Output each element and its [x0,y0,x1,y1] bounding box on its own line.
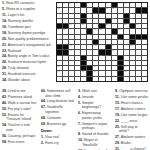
grid-cell[interactable] [99,45,104,49]
grid-cell[interactable] [63,19,68,23]
black-cell [124,14,129,18]
clue-item: 52. Encore for 'Treasure Island' [2,113,37,122]
clue-item: 16. Trombone part [2,25,53,30]
cell-number: 28 [136,24,139,26]
grid-cell[interactable]: 12 [112,8,117,12]
cell-number: 59 [124,66,127,68]
black-cell [118,61,123,65]
cell-number: 6 [106,3,107,5]
grid-cell[interactable] [106,14,111,18]
cell-number: 39 [118,39,121,41]
cell-number: 25 [81,24,84,26]
black-cell [63,45,68,49]
clue-item: 9. Olympian exercise [115,89,148,94]
grid-cell[interactable] [99,77,104,81]
cell-number: 40 [136,39,139,41]
grid-cell[interactable] [69,35,74,39]
grid-cell[interactable] [124,35,129,39]
grid-cell[interactable] [87,40,92,44]
grid-cell[interactable]: 33 [118,29,123,33]
grid-cell[interactable]: 25 [81,24,86,28]
cell-number: 27 [124,24,127,26]
cell-number: 53 [124,55,127,57]
grid-cell[interactable] [112,61,117,65]
cell-number: 17 [130,13,133,15]
cell-number: 24 [69,24,72,26]
clue-item: 17. Abalone cutters [115,107,148,112]
grid-cell[interactable] [63,14,68,18]
crossword-grid[interactable]: 1234567891011121314151617181920212223242… [56,2,148,82]
cell-number: 43 [94,45,97,47]
grid-cell[interactable] [136,3,141,7]
down-clues-start: 1. Visa rival2. Farm cry [41,135,75,145]
black-cell [130,35,135,39]
across-clues-left: 1. Neat RV caravans5. Wrote to a supplie… [2,1,53,84]
grid-cell[interactable]: 65 [93,77,98,81]
clue-item: 5. Wrote to a supplier [2,7,53,12]
grid-cell[interactable] [63,66,68,70]
grid-cell[interactable] [106,66,111,70]
grid-cell[interactable] [81,8,86,12]
grid-cell[interactable] [106,77,111,81]
black-cell [87,77,92,81]
grid-cell[interactable] [93,56,98,60]
cell-number: 4 [75,3,76,5]
grid-cell[interactable] [136,61,141,65]
grid-cell[interactable] [69,66,74,70]
black-cell [81,61,86,65]
cell-number: 3 [69,3,70,5]
grid-cell[interactable] [69,77,74,81]
cell-number: 15 [94,13,97,15]
cell-number: 49 [63,55,66,57]
cell-number: 64 [57,76,60,78]
grid-cell[interactable] [142,61,147,65]
cell-number: 21 [88,18,91,20]
clue-item: 3. Work unit [78,89,112,94]
clue-item: 31. '____ a chance!' [115,147,148,150]
cell-number: 61 [81,71,84,73]
grid-cell[interactable] [136,71,141,75]
grid-cell[interactable] [99,61,104,65]
grid-cell[interactable]: 30 [63,29,68,33]
grid-cell[interactable] [118,45,123,49]
cell-number: 48 [57,55,60,57]
grid-cell[interactable]: 18 [136,14,141,18]
grid-cell[interactable]: 5 [87,3,92,7]
cell-number: 51 [100,55,103,57]
clue-item: 2. Farm cry [41,141,75,146]
grid-cell[interactable] [63,35,68,39]
grid-cell[interactable] [118,8,123,12]
clue-item: 23. Railroad [2,49,53,54]
grid-cell[interactable] [75,66,80,70]
grid-cell[interactable]: 31 [93,29,98,33]
black-cell [87,71,92,75]
black-cell [118,71,123,75]
clue-item: 10. Mayor of 'Smallville' [78,138,112,147]
grid-cell[interactable] [130,71,135,75]
cell-number: 26 [106,24,109,26]
grid-cell[interactable]: 49 [63,56,68,60]
grid-cell[interactable] [99,66,104,70]
grid-cell[interactable] [99,19,104,23]
cell-number: 60 [57,71,60,73]
grid-cell[interactable] [69,71,74,75]
grid-cell[interactable] [75,8,80,12]
grid-cell[interactable]: 46 [69,50,74,54]
grid-cell[interactable]: 4 [75,3,80,7]
grid-cell[interactable] [75,45,80,49]
grid-cell[interactable]: 9 [130,3,135,7]
cell-number: 13 [57,13,60,15]
black-cell [81,56,86,60]
grid-cell[interactable] [130,50,135,54]
clue-item: 54. Teacher's end note [2,123,37,132]
clue-item: 15. Heart classics [115,101,148,106]
grid-cell[interactable] [75,35,80,39]
grid-cell[interactable]: 27 [124,24,129,28]
grid-cell[interactable] [124,29,129,33]
cell-number: 58 [94,66,97,68]
clue-item: 67. Vaudeville vignettes [41,105,75,114]
grid-cell[interactable] [142,3,147,7]
grid-cell[interactable]: 38 [99,40,104,44]
cell-number: 44 [112,45,115,47]
grid-cell[interactable] [93,19,98,23]
grid-cell[interactable] [69,56,74,60]
clue-item: 50. For pity's sake! [2,107,37,112]
grid-cell[interactable]: 32 [99,29,104,33]
clue-item: 5. Simpler beginnings? [78,101,112,110]
grid-cell[interactable] [106,61,111,65]
clue-item: 20. Non-quality predominance [2,37,53,42]
cell-number: 31 [94,29,97,31]
black-cell [57,45,62,49]
grid-cell[interactable] [142,29,147,33]
grid-cell[interactable] [142,66,147,70]
grid-cell[interactable] [69,8,74,12]
clue-item: 64. Long division tool [41,99,75,104]
clue-item: 11. Like some youths [115,95,148,100]
grid-cell[interactable] [75,77,80,81]
grid-cell[interactable] [69,29,74,33]
grid-cell[interactable] [136,77,141,81]
cell-number: 32 [100,29,103,31]
cell-number: 20 [57,18,60,20]
grid-cell[interactable] [63,61,68,65]
clue-item: 39. Lend to me [2,89,37,94]
clue-item: 31. Hundred overcast [2,72,53,77]
grid-cell[interactable] [124,8,129,12]
clue-item: 11. Lager's kin [2,13,53,18]
grid-cell[interactable] [75,40,80,44]
grid-cell[interactable] [87,45,92,49]
clue-item: 28. Truly skewed [2,66,53,71]
grid-cell[interactable] [99,71,104,75]
grid-cell[interactable] [130,29,135,33]
grid-cell[interactable]: 7 [118,3,123,7]
clue-item: 25. Still way or while? [115,125,148,134]
grid-cell[interactable] [136,45,141,49]
grid-cell[interactable]: 39 [118,40,123,44]
down-clues-middle: 3. Work unit4. Innards5. Simpler beginni… [78,89,112,150]
grid-cell[interactable] [93,35,98,39]
grid-cell[interactable] [112,71,117,75]
black-cell [81,3,86,7]
cell-number: 66 [124,76,127,78]
cell-number: 54 [57,60,60,62]
cell-number: 46 [69,50,72,52]
clue-item: 1. Visa rival [41,135,75,140]
cell-number: 10 [57,8,60,10]
grid-cell[interactable] [81,40,86,44]
grid-cell[interactable] [130,77,135,81]
clue-item: 56. Coaxing, perhaps [2,134,37,139]
clue-item: 29. Blurbs [115,141,148,146]
cell-number: 2 [63,3,64,5]
grid-cell[interactable]: 36 [112,35,117,39]
clue-item: 26. Sunburst musician hymn [2,60,53,65]
grid-cell[interactable] [75,56,80,60]
grid-cell[interactable] [142,77,147,81]
across-clues-tail: 60. Sometimes will also climb64. Long di… [41,89,75,126]
grid-cell[interactable] [142,19,147,23]
grid-cell[interactable]: 2 [63,3,68,7]
grid-cell[interactable] [75,24,80,28]
across-clues-bottom-and-down-start: 60. Sometimes will also climb64. Long di… [41,89,75,147]
clue-item: 69. Business gp. [41,122,75,127]
grid-cell[interactable] [75,29,80,33]
clue-item: 27. Abalone waters [115,135,148,140]
clue-item: 4. Innards [78,95,112,100]
grid-cell[interactable] [142,56,147,60]
grid-cell[interactable]: 20 [57,19,62,23]
cell-number: 56 [124,60,127,62]
cell-number: 11 [106,8,108,10]
grid-cell[interactable]: 15 [93,14,98,18]
grid-cell[interactable] [130,56,135,60]
grid-cell[interactable] [93,3,98,7]
grid-cell[interactable] [136,50,141,54]
clue-item: 58. Fine-tunes [2,140,37,145]
grid-cell[interactable]: 35 [87,35,92,39]
clue-item: 6. Expressway points: prefix [78,111,112,120]
grid-cell[interactable] [75,19,80,23]
cell-number: 16 [100,13,103,15]
grid-cell[interactable]: 21 [87,19,92,23]
grid-cell[interactable]: 8 [124,3,129,7]
grid-cell[interactable]: 55 [87,61,92,65]
grid-cell[interactable] [106,71,111,75]
grid-cell[interactable] [75,71,80,75]
grid-cell[interactable]: 47 [112,50,117,54]
grid-cell[interactable] [81,29,86,33]
clue-item: 8. Sound of thunder [78,132,112,137]
grid-cell[interactable]: 61 [81,71,86,75]
grid-cell[interactable] [142,50,147,54]
cell-number: 47 [112,50,115,52]
grid-cell[interactable]: 24 [69,24,74,28]
grid-cell[interactable] [81,77,86,81]
cell-number: 42 [69,45,72,47]
grid-cell[interactable]: 45 [130,45,135,49]
black-cell [118,56,123,60]
grid-cell[interactable]: 3 [69,3,74,7]
grid-cell[interactable] [106,35,111,39]
clue-item: 7. Vampire's organ, perhaps [78,122,112,131]
grid-cell[interactable] [136,66,141,70]
clue-item: 18. Nunnery thyme porridge [2,31,53,36]
grid-cell[interactable] [63,71,68,75]
cell-number: 45 [130,45,133,47]
grid-cell[interactable]: 22 [112,19,117,23]
cell-number: 50 [88,55,91,57]
grid-cell[interactable] [112,56,117,60]
cell-number: 1 [57,3,58,5]
grid-cell[interactable] [130,66,135,70]
grid-cell[interactable]: 16 [99,14,104,18]
clue-item: 22. ____ once [115,119,148,124]
cell-number: 34 [57,34,60,36]
grid-cell[interactable] [136,29,141,33]
grid-cell[interactable]: 64 [57,77,62,81]
grid-cell[interactable] [75,14,80,18]
cell-number: 65 [94,76,97,78]
cell-number: 19 [142,13,145,15]
grid-cell[interactable] [63,77,68,81]
grid-cell[interactable] [112,77,117,81]
cell-number: 35 [88,34,91,36]
cell-number: 23 [130,18,133,20]
black-cell [130,24,135,28]
clue-item: 68. Costume [41,116,75,121]
grid-cell[interactable] [81,45,86,49]
grid-cell[interactable] [81,35,86,39]
across-clues-left-lower: 39. Lend to me43. Promises aloud46. Walk… [2,89,37,146]
grid-cell[interactable] [118,19,123,23]
grid-cell[interactable]: 37 [57,40,62,44]
grid-cell[interactable]: 43 [93,45,98,49]
clue-item: 19. Like some largos [115,113,148,118]
grid-cell[interactable] [118,14,123,18]
cell-number: 41 [142,39,145,41]
grid-cell[interactable] [75,61,80,65]
clue-item: 1. Neat RV caravans [2,1,53,6]
cell-number: 30 [63,29,66,31]
grid-cell[interactable]: 28 [136,24,141,28]
grid-cell[interactable] [69,14,74,18]
clue-item: 43. Promises aloud [2,95,37,100]
clue-item: 34. Wander about [2,78,53,83]
clue-item: 60. Sometimes will also climb [41,89,75,98]
grid-cell[interactable]: 52 [106,56,111,60]
cell-number: 22 [112,18,115,20]
clue-item: 46. Walk a narrow line [2,101,37,106]
grid-cell[interactable] [63,8,68,12]
grid-cell[interactable] [106,40,111,44]
cell-number: 36 [112,34,115,36]
cell-number: 57 [57,66,60,68]
grid-cell[interactable] [69,61,74,65]
cell-number: 5 [88,3,89,5]
grid-cell[interactable] [142,24,147,28]
grid-cell[interactable]: 66 [124,77,129,81]
grid-cell[interactable]: 26 [106,24,111,28]
grid-cell[interactable] [63,40,68,44]
cell-number: 29 [57,29,60,31]
grid-cell[interactable] [112,24,117,28]
grid-cell[interactable] [81,50,86,54]
cell-number: 7 [118,3,119,5]
grid-cell[interactable]: 23 [130,19,135,23]
clue-item: 21. American's navigational aid [2,43,53,48]
grid-cell[interactable] [106,29,111,33]
cell-number: 18 [136,13,139,15]
down-section-header: Down [41,128,75,133]
black-cell [106,45,111,49]
grid-cell[interactable] [130,61,135,65]
cell-number: 38 [100,39,103,41]
grid-cell[interactable] [99,3,104,7]
black-cell [81,14,86,18]
grid-cell[interactable]: 51 [99,56,104,60]
down-clues-right: 9. Olympian exercise11. Like some youths… [115,89,148,150]
cell-number: 14 [88,13,91,15]
cell-number: 62 [94,71,97,73]
grid-cell[interactable] [93,50,98,54]
cell-number: 33 [118,29,121,31]
black-cell [118,77,123,81]
clue-item: 14. Nunnery dweller [2,19,53,24]
grid-cell[interactable] [75,50,80,54]
cell-number: 52 [106,55,109,57]
black-cell [118,66,123,70]
grid-cell[interactable] [112,66,117,70]
grid-cell[interactable] [118,50,123,54]
grid-cell[interactable] [142,71,147,75]
clue-item: 24. Barely angle in Tom's atlas [2,54,53,59]
cell-number: 37 [57,39,60,41]
grid-cell[interactable] [87,24,92,28]
cell-number: 8 [124,3,125,5]
black-cell [87,66,92,70]
cell-number: 63 [124,71,127,73]
cell-number: 55 [88,60,91,62]
cell-number: 12 [112,8,115,10]
cell-number: 9 [130,3,131,5]
grid-cell[interactable] [124,45,129,49]
grid-cell[interactable]: 40 [136,40,141,44]
grid-cell[interactable] [124,40,129,44]
grid-cell[interactable] [142,45,147,49]
grid-cell[interactable]: 19 [142,14,147,18]
grid-cell[interactable]: 41 [142,40,147,44]
grid-cell[interactable] [136,56,141,60]
clue-item: 12. Hopes to handle [78,149,112,150]
grid-cell[interactable]: 11 [106,8,111,12]
